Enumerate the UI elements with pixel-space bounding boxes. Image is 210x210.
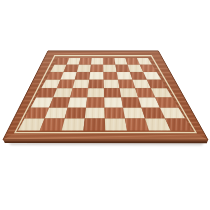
board-photo-scene	[0, 0, 210, 210]
board-square-r7c3[interactable]	[83, 119, 105, 131]
board-square-r5c3[interactable]	[86, 98, 104, 108]
board-square-r6c4[interactable]	[105, 108, 125, 119]
board-square-r3c3[interactable]	[88, 80, 104, 89]
board-square-r4c3[interactable]	[87, 88, 104, 97]
board-square-r1c5[interactable]	[115, 65, 130, 72]
board-square-r5c5[interactable]	[121, 98, 141, 108]
board-square-r2c2[interactable]	[75, 72, 90, 80]
board-square-r1c3[interactable]	[90, 65, 103, 72]
board-square-r0c3[interactable]	[91, 58, 103, 65]
board-square-r7c2[interactable]	[62, 119, 85, 131]
board-square-r4c2[interactable]	[70, 88, 88, 97]
board-square-r3c2[interactable]	[73, 80, 90, 89]
board-square-r0c2[interactable]	[79, 58, 92, 65]
frame-near-highlight	[3, 133, 208, 140]
board-square-r3c5[interactable]	[118, 80, 135, 89]
board-square-r1c4[interactable]	[103, 65, 117, 72]
board-square-r7c4[interactable]	[105, 119, 127, 131]
board-square-r6c2[interactable]	[65, 108, 86, 119]
board-square-r0c4[interactable]	[103, 58, 115, 65]
board-square-r6c3[interactable]	[85, 108, 105, 119]
board-square-r5c4[interactable]	[104, 98, 123, 108]
chess-board	[0, 0, 210, 210]
board-square-r4c4[interactable]	[104, 88, 121, 97]
board-square-r1c2[interactable]	[77, 65, 91, 72]
board-square-r2c4[interactable]	[103, 72, 118, 80]
board-square-r3c4[interactable]	[104, 80, 120, 89]
board-square-r7c5[interactable]	[125, 119, 149, 131]
board-square-r2c3[interactable]	[89, 72, 103, 80]
board-square-r2c5[interactable]	[117, 72, 133, 80]
board-square-r5c2[interactable]	[68, 98, 88, 108]
board-square-r4c5[interactable]	[120, 88, 139, 97]
board-square-r0c5[interactable]	[114, 58, 127, 65]
board-square-r6c5[interactable]	[123, 108, 145, 119]
